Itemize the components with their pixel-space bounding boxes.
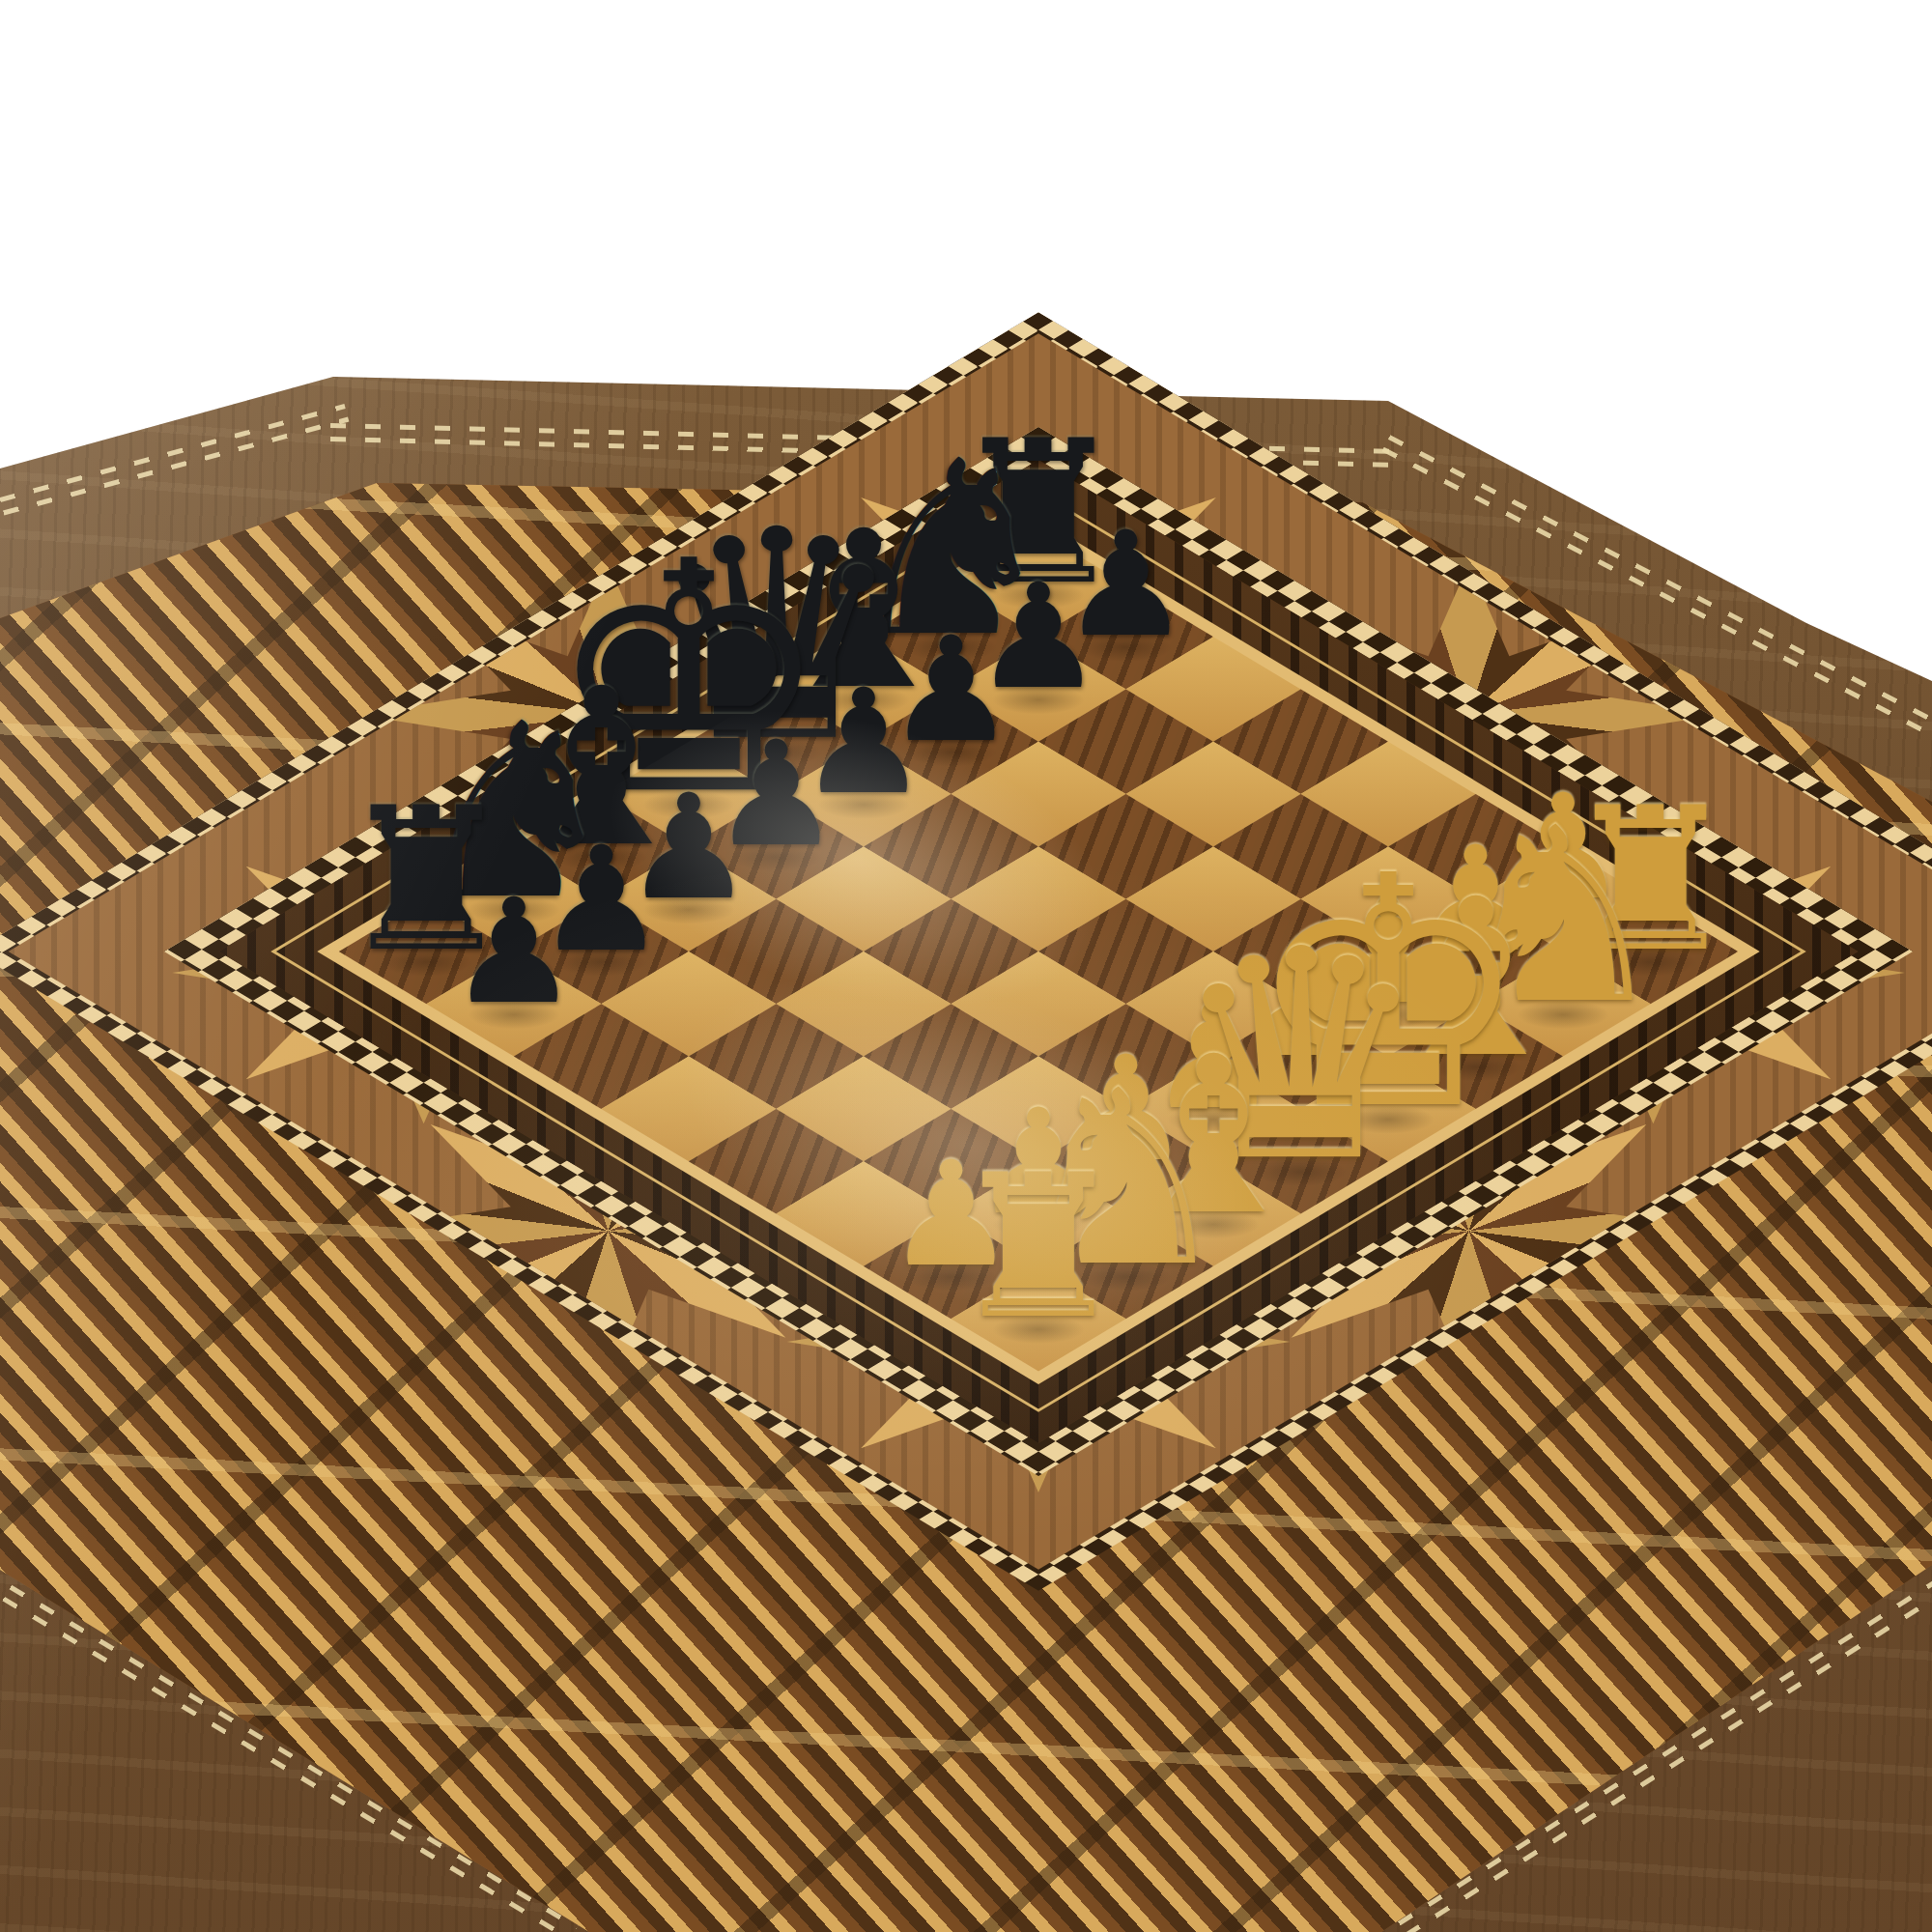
piece-glyph: ♟ [449, 879, 579, 1024]
square-h1[interactable]: ♜ [951, 1266, 1125, 1372]
piece-glyph: ♜ [950, 1149, 1127, 1347]
white-rook[interactable]: ♜ [977, 1257, 1100, 1380]
photo-scene: ♜♟♟♜♞♟♟♞♝♟♟♝♛♟♟♚♚♟♟♛♝♟♟♝♞♟♟♞♜♟♟♜ [0, 0, 1932, 1932]
